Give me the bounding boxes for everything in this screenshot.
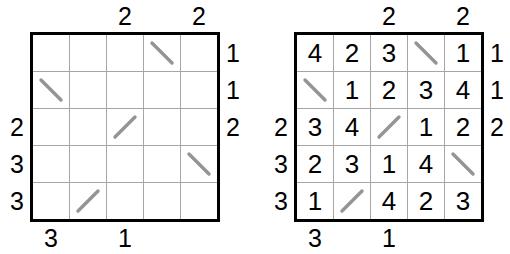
puzzle-cell-r4c2[interactable]: [70, 146, 106, 182]
puzzle-clue-right-4: [220, 146, 246, 182]
puzzle-clues-right: 112: [220, 32, 246, 222]
mirror-slash-icon: [70, 183, 106, 219]
mirror-backslash-icon: [33, 72, 69, 108]
solution-cell-r5c5: 3: [445, 183, 481, 219]
solution-cell-r1c4: [408, 35, 444, 71]
puzzle-clue-right-3: 2: [220, 109, 246, 145]
puzzle-cell-r5c2[interactable]: [70, 183, 106, 219]
puzzle-cell-r3c1[interactable]: [33, 109, 69, 145]
puzzle-cell-r2c1[interactable]: [33, 72, 69, 108]
puzzle-clue-left-5: 3: [4, 183, 30, 219]
puzzle-clue-top-1: [33, 0, 69, 32]
mirror-backslash-icon: [181, 146, 217, 182]
solution-clue-left-5: 3: [268, 183, 294, 219]
puzzle-cell-r3c4[interactable]: [144, 109, 180, 145]
board-puzzle: 2223311231: [4, 0, 246, 254]
solution-cell-r5c2: [334, 183, 370, 219]
solution-clues-top: 22: [294, 0, 484, 32]
solution-clue-right-3: 2: [484, 109, 510, 145]
puzzle-cell-r1c3[interactable]: [107, 35, 143, 71]
solution-cell-r2c5: 4: [445, 72, 481, 108]
puzzle-clue-left-2: [4, 72, 30, 108]
solution-clue-left-3: 2: [268, 109, 294, 145]
solution-clue-top-2: [334, 0, 370, 32]
puzzle-clue-bottom-1: 3: [33, 222, 69, 254]
solution-cell-r4c4: 4: [408, 146, 444, 182]
mirror-backslash-icon: [144, 35, 180, 71]
puzzle-clue-bottom-3: 1: [107, 222, 143, 254]
puzzle-clue-right-2: 1: [220, 72, 246, 108]
solution-cell-r5c1: 1: [297, 183, 333, 219]
solution-cell-r1c1: 4: [297, 35, 333, 71]
solution-cell-r3c4: 1: [408, 109, 444, 145]
puzzle-clue-right-5: [220, 183, 246, 219]
solution-cell-r3c2: 4: [334, 109, 370, 145]
puzzle-cell-r3c5[interactable]: [181, 109, 217, 145]
puzzle-clue-top-5: 2: [181, 0, 217, 32]
puzzle-clue-top-4: [144, 0, 180, 32]
puzzle-cell-r1c5[interactable]: [181, 35, 217, 71]
puzzle-cell-r5c3[interactable]: [107, 183, 143, 219]
solution-cell-r2c3: 2: [371, 72, 407, 108]
solution-clues-bottom: 31: [294, 222, 484, 254]
solution-clue-bottom-5: [445, 222, 481, 254]
puzzle-diagram-pair: 2223311231 22233112314231123434122314142…: [0, 0, 510, 254]
puzzle-grid: [30, 32, 220, 222]
solution-clue-bottom-2: [334, 222, 370, 254]
solution-cell-r2c2: 1: [334, 72, 370, 108]
puzzle-cell-r2c4[interactable]: [144, 72, 180, 108]
solution-cell-r1c5: 1: [445, 35, 481, 71]
puzzle-cell-r1c2[interactable]: [70, 35, 106, 71]
puzzle-cell-r4c4[interactable]: [144, 146, 180, 182]
puzzle-clue-left-1: [4, 35, 30, 71]
solution-cell-r2c1: [297, 72, 333, 108]
solution-cell-r3c5: 2: [445, 109, 481, 145]
puzzle-cell-r3c3[interactable]: [107, 109, 143, 145]
puzzle-clue-left-4: 3: [4, 146, 30, 182]
puzzle-cell-r1c1[interactable]: [33, 35, 69, 71]
board-solution: 222331123142311234341223141423: [268, 0, 510, 254]
puzzle-cell-r2c3[interactable]: [107, 72, 143, 108]
solution-clue-left-2: [268, 72, 294, 108]
puzzle-cell-r2c5[interactable]: [181, 72, 217, 108]
solution-grid: 42311234341223141423: [294, 32, 484, 222]
mirror-slash-icon: [107, 109, 143, 145]
solution-cell-r5c3: 4: [371, 183, 407, 219]
solution-clue-bottom-3: 1: [371, 222, 407, 254]
mirror-backslash-icon: [297, 72, 333, 108]
solution-clue-left-1: [268, 35, 294, 71]
puzzle-cell-r4c5[interactable]: [181, 146, 217, 182]
solution-cell-r3c3: [371, 109, 407, 145]
puzzle-clue-bottom-2: [70, 222, 106, 254]
solution-cell-r4c3: 1: [371, 146, 407, 182]
solution-clue-right-5: [484, 183, 510, 219]
solution-clues-right: 112: [484, 32, 510, 222]
puzzle-cell-r4c3[interactable]: [107, 146, 143, 182]
solution-cell-r5c4: 2: [408, 183, 444, 219]
solution-clue-bottom-1: 3: [297, 222, 333, 254]
puzzle-clues-left: 233: [4, 32, 30, 222]
solution-cell-r1c2: 2: [334, 35, 370, 71]
solution-clue-top-5: 2: [445, 0, 481, 32]
puzzle-clues-bottom: 31: [30, 222, 220, 254]
solution-clue-bottom-4: [408, 222, 444, 254]
solution-cell-r4c1: 2: [297, 146, 333, 182]
solution-clue-top-3: 2: [371, 0, 407, 32]
puzzle-cell-r5c5[interactable]: [181, 183, 217, 219]
puzzle-cell-r1c4[interactable]: [144, 35, 180, 71]
mirror-backslash-icon: [408, 35, 444, 71]
solution-clue-right-1: 1: [484, 35, 510, 71]
puzzle-clue-top-2: [70, 0, 106, 32]
solution-clue-left-4: 3: [268, 146, 294, 182]
puzzle-clue-bottom-5: [181, 222, 217, 254]
puzzle-clue-right-1: 1: [220, 35, 246, 71]
solution-cell-r4c2: 3: [334, 146, 370, 182]
solution-clue-right-4: [484, 146, 510, 182]
puzzle-clues-top: 22: [30, 0, 220, 32]
solution-cell-r2c4: 3: [408, 72, 444, 108]
solution-cell-r1c3: 3: [371, 35, 407, 71]
solution-cell-r4c5: [445, 146, 481, 182]
puzzle-clue-top-3: 2: [107, 0, 143, 32]
puzzle-cell-r2c2[interactable]: [70, 72, 106, 108]
puzzle-cell-r4c1[interactable]: [33, 146, 69, 182]
solution-clue-top-1: [297, 0, 333, 32]
solution-clues-left: 233: [268, 32, 294, 222]
puzzle-cell-r3c2[interactable]: [70, 109, 106, 145]
puzzle-clue-left-3: 2: [4, 109, 30, 145]
mirror-backslash-icon: [445, 146, 481, 182]
mirror-slash-icon: [371, 109, 407, 145]
puzzle-cell-r5c4[interactable]: [144, 183, 180, 219]
mirror-slash-icon: [334, 183, 370, 219]
puzzle-clue-bottom-4: [144, 222, 180, 254]
solution-clue-top-4: [408, 0, 444, 32]
puzzle-cell-r5c1[interactable]: [33, 183, 69, 219]
solution-cell-r3c1: 3: [297, 109, 333, 145]
solution-clue-right-2: 1: [484, 72, 510, 108]
